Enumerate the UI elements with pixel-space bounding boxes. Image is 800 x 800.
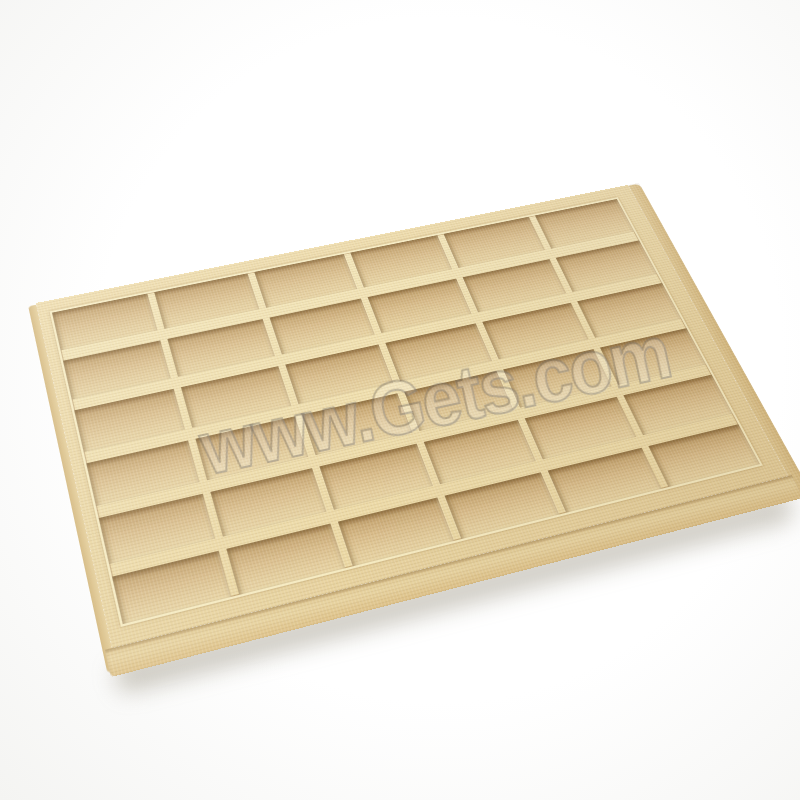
compartment bbox=[63, 340, 171, 400]
compartment bbox=[86, 440, 200, 506]
compartment bbox=[463, 259, 566, 312]
compartment bbox=[196, 416, 308, 480]
compartment bbox=[548, 447, 662, 512]
compartment bbox=[555, 240, 657, 292]
compartment bbox=[404, 370, 513, 431]
compartment bbox=[444, 472, 559, 539]
compartment bbox=[577, 283, 681, 337]
compartment bbox=[302, 393, 413, 455]
compartment bbox=[525, 397, 636, 459]
compartment bbox=[623, 375, 732, 435]
compartment bbox=[424, 420, 536, 484]
jewelry-tray bbox=[36, 185, 788, 648]
compartment-grid bbox=[50, 197, 763, 627]
compartment bbox=[535, 199, 635, 248]
compartment bbox=[254, 254, 357, 308]
background: { "scene": { "type": "product-photo", "s… bbox=[0, 0, 800, 800]
compartment bbox=[503, 349, 611, 408]
compartment bbox=[285, 344, 393, 403]
compartment bbox=[385, 323, 492, 381]
compartment bbox=[337, 497, 454, 566]
compartment bbox=[181, 366, 291, 427]
compartment bbox=[648, 424, 760, 487]
compartment bbox=[444, 217, 545, 268]
compartment bbox=[483, 303, 589, 359]
compartment bbox=[52, 293, 158, 350]
compartment bbox=[154, 273, 258, 328]
compartment bbox=[74, 389, 185, 452]
compartment bbox=[350, 235, 452, 287]
compartment bbox=[269, 298, 375, 354]
compartment bbox=[211, 468, 326, 536]
compartment bbox=[227, 523, 345, 595]
compartment bbox=[319, 444, 433, 510]
compartment bbox=[599, 328, 706, 385]
compartment bbox=[99, 494, 216, 564]
compartment bbox=[112, 550, 232, 624]
compartment bbox=[367, 278, 471, 333]
compartment bbox=[168, 319, 275, 377]
